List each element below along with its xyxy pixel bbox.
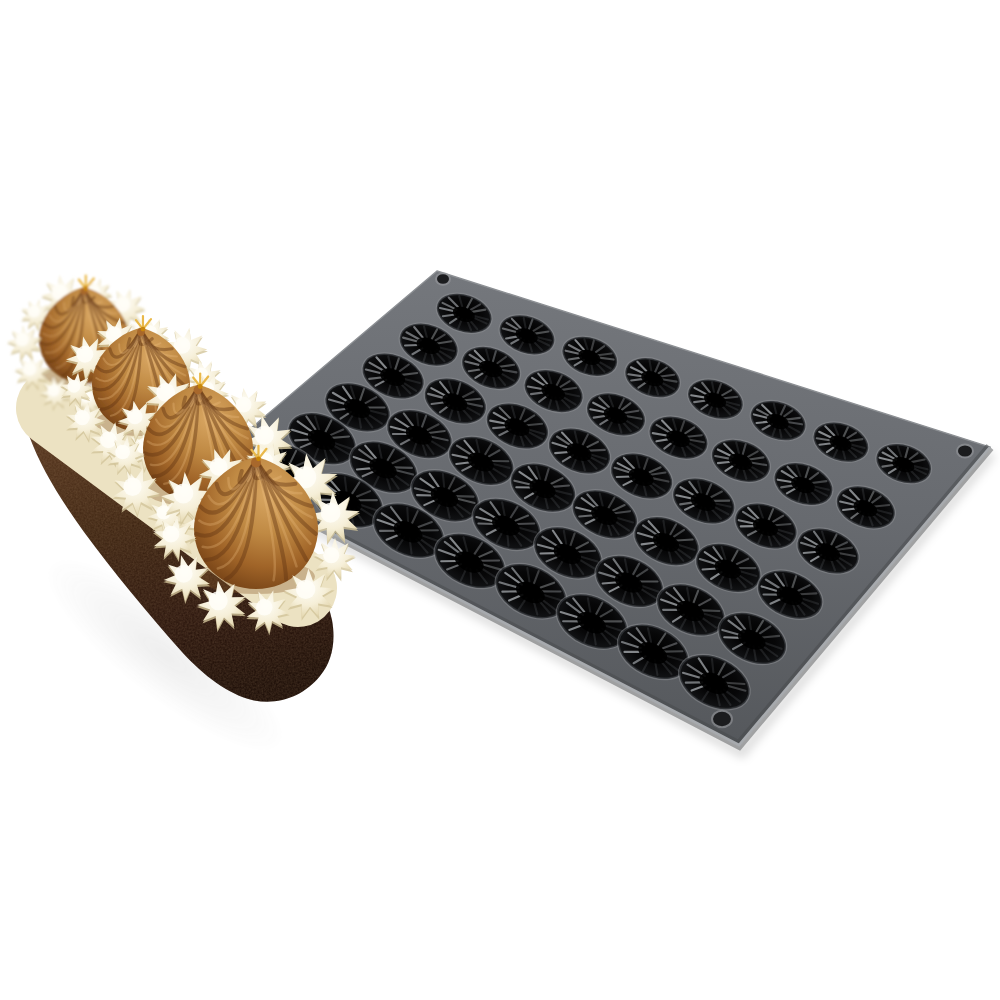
cream-rosette-highlight (296, 580, 315, 599)
cream-rosette-highlight (163, 526, 180, 543)
cream-rosette-highlight (255, 426, 274, 445)
cream-rosette-highlight (175, 565, 193, 583)
hole (958, 445, 972, 456)
scene-svg (0, 0, 1000, 1000)
cream-rosette-highlight (75, 410, 90, 425)
cream-rosette-highlight (123, 478, 141, 496)
mold-corner-hole (711, 710, 733, 728)
cream-rosette-highlight (23, 362, 36, 375)
cream-rosette-highlight (256, 599, 273, 616)
cream-rosette-highlight (127, 409, 142, 424)
mold-corner-hole (435, 272, 451, 286)
gold-decoration-dot (141, 327, 146, 332)
gold-decoration-dot (198, 384, 203, 389)
cream-rosette-highlight (115, 445, 130, 460)
cream-rosette-highlight (100, 432, 117, 449)
cream-rosette-highlight (236, 397, 252, 413)
gold-decoration-dot (83, 286, 88, 291)
cream-rosette-highlight (68, 380, 81, 393)
cream-rosette-highlight (47, 384, 59, 396)
gold-decoration-dot (256, 456, 261, 461)
hole (437, 274, 449, 284)
hole (713, 712, 731, 726)
product-photo (0, 0, 1000, 1000)
mold-corner-hole (956, 443, 974, 458)
cream-rosette-highlight (321, 503, 341, 523)
cream-rosette-highlight (28, 305, 40, 317)
cream-rosette-highlight (209, 591, 228, 610)
cream-rosette-highlight (15, 333, 28, 346)
cream-rosette-highlight (323, 547, 339, 563)
cream-rosette-highlight (76, 346, 93, 363)
cream-rosette-highlight (173, 483, 193, 503)
